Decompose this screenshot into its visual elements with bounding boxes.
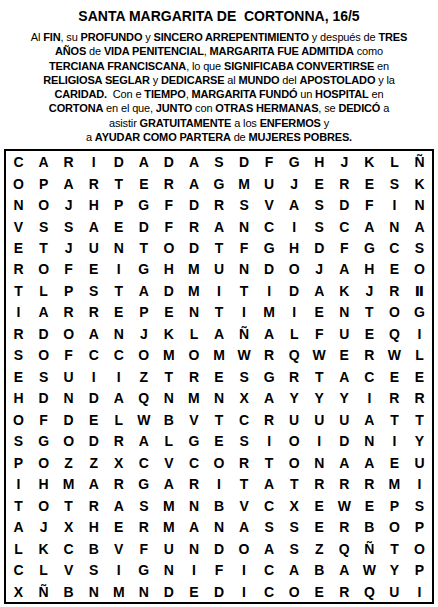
grid-cell-r18c16[interactable]: O [382,516,407,537]
grid-cell-r15c1[interactable]: P [6,452,31,473]
grid-cell-r4c16[interactable]: N [382,216,407,237]
grid-cell-r17c7[interactable]: M [156,495,181,516]
grid-cell-r11c2[interactable]: S [31,366,56,387]
grid-cell-r2c1[interactable]: O [6,173,31,194]
grid-cell-r12c2[interactable]: D [31,388,56,409]
grid-cell-r2c7[interactable]: R [156,173,181,194]
grid-cell-r13c16[interactable]: T [382,409,407,430]
grid-cell-r5c4[interactable]: U [81,237,106,258]
grid-cell-r21c9[interactable]: D [206,581,231,602]
grid-cell-r17c10[interactable]: V [232,495,257,516]
grid-cell-r7c15[interactable]: J [357,280,382,301]
grid-cell-r1c16[interactable]: L [382,151,407,172]
grid-cell-r3c7[interactable]: F [156,194,181,215]
grid-cell-r18c8[interactable]: A [181,516,206,537]
grid-cell-r16c16[interactable]: M [382,474,407,495]
grid-cell-r9c7[interactable]: K [156,323,181,344]
grid-cell-r9c15[interactable]: E [357,323,382,344]
grid-cell-r8c9[interactable]: T [206,302,231,323]
grid-cell-r15c15[interactable]: A [357,452,382,473]
grid-cell-r16c1[interactable]: I [6,474,31,495]
grid-cell-r7c12[interactable]: D [282,280,307,301]
grid-cell-r6c14[interactable]: A [332,259,357,280]
grid-cell-r5c8[interactable]: D [181,237,206,258]
grid-cell-r3c12[interactable]: A [282,194,307,215]
grid-cell-r4c6[interactable]: D [131,216,156,237]
grid-cell-r15c9[interactable]: O [206,452,231,473]
grid-cell-r19c12[interactable]: S [282,538,307,559]
grid-cell-r2c16[interactable]: S [382,173,407,194]
grid-cell-r4c8[interactable]: R [181,216,206,237]
grid-cell-r6c10[interactable]: N [232,259,257,280]
grid-cell-r17c12[interactable]: X [282,495,307,516]
grid-cell-r20c4[interactable]: S [81,559,106,580]
grid-cell-r15c12[interactable]: O [282,452,307,473]
grid-cell-r14c11[interactable]: I [257,431,282,452]
grid-cell-r10c11[interactable]: R [257,345,282,366]
grid-cell-r15c2[interactable]: O [31,452,56,473]
grid-cell-r7c7[interactable]: D [156,280,181,301]
grid-cell-r11c11[interactable]: G [257,366,282,387]
grid-cell-r10c6[interactable]: O [131,345,156,366]
grid-cell-r5c14[interactable]: F [332,237,357,258]
grid-cell-r14c3[interactable]: O [56,431,81,452]
grid-cell-r16c10[interactable]: T [232,474,257,495]
grid-cell-r6c16[interactable]: E [382,259,407,280]
grid-cell-r11c1[interactable]: E [6,366,31,387]
grid-cell-r15c5[interactable]: X [106,452,131,473]
grid-cell-r18c11[interactable]: S [257,516,282,537]
grid-cell-r2c11[interactable]: U [257,173,282,194]
grid-cell-r14c10[interactable]: S [232,431,257,452]
grid-cell-r21c13[interactable]: E [307,581,332,602]
grid-cell-r8c16[interactable]: O [382,302,407,323]
grid-cell-r1c15[interactable]: K [357,151,382,172]
grid-cell-r5c17[interactable]: S [407,237,432,258]
grid-cell-r7c17[interactable]: Ⅱ [407,280,432,301]
grid-cell-r9c14[interactable]: U [332,323,357,344]
grid-cell-r12c8[interactable]: M [181,388,206,409]
grid-cell-r18c7[interactable]: M [156,516,181,537]
grid-cell-r9c8[interactable]: L [181,323,206,344]
grid-cell-r9c10[interactable]: Ñ [232,323,257,344]
grid-cell-r12c17[interactable]: R [407,388,432,409]
grid-cell-r16c15[interactable]: R [357,474,382,495]
grid-cell-r5c11[interactable]: G [257,237,282,258]
grid-cell-r12c10[interactable]: X [232,388,257,409]
grid-cell-r6c15[interactable]: H [357,259,382,280]
grid-cell-r20c12[interactable]: A [282,559,307,580]
grid-cell-r19c9[interactable]: D [206,538,231,559]
grid-cell-r20c9[interactable]: F [206,559,231,580]
grid-cell-r16c4[interactable]: A [81,474,106,495]
grid-cell-r3c6[interactable]: G [131,194,156,215]
grid-cell-r17c15[interactable]: E [357,495,382,516]
grid-cell-r8c15[interactable]: T [357,302,382,323]
grid-cell-r5c13[interactable]: D [307,237,332,258]
grid-cell-r12c15[interactable]: I [357,388,382,409]
grid-cell-r1c17[interactable]: Ñ [407,151,432,172]
grid-cell-r1c4[interactable]: I [81,151,106,172]
grid-cell-r17c5[interactable]: A [106,495,131,516]
grid-cell-r3c1[interactable]: N [6,194,31,215]
grid-cell-r9c17[interactable]: I [407,323,432,344]
grid-cell-r19c13[interactable]: Z [307,538,332,559]
grid-cell-r5c2[interactable]: T [31,237,56,258]
grid-cell-r20c8[interactable]: I [181,559,206,580]
grid-cell-r13c6[interactable]: W [131,409,156,430]
grid-cell-r4c10[interactable]: N [232,216,257,237]
grid-cell-r20c17[interactable]: P [407,559,432,580]
grid-cell-r20c15[interactable]: W [357,559,382,580]
grid-cell-r3c5[interactable]: P [106,194,131,215]
grid-cell-r13c10[interactable]: C [232,409,257,430]
grid-cell-r16c2[interactable]: H [31,474,56,495]
grid-cell-r7c8[interactable]: M [181,280,206,301]
grid-cell-r1c12[interactable]: G [282,151,307,172]
grid-cell-r13c9[interactable]: T [206,409,231,430]
grid-cell-r3c11[interactable]: V [257,194,282,215]
grid-cell-r10c9[interactable]: M [206,345,231,366]
grid-cell-r15c17[interactable]: U [407,452,432,473]
grid-cell-r4c5[interactable]: E [106,216,131,237]
grid-cell-r11c4[interactable]: I [81,366,106,387]
grid-cell-r1c11[interactable]: F [257,151,282,172]
grid-cell-r7c4[interactable]: S [81,280,106,301]
grid-cell-r2c3[interactable]: A [56,173,81,194]
grid-cell-r10c5[interactable]: C [106,345,131,366]
grid-cell-r11c17[interactable]: E [407,366,432,387]
grid-cell-r21c1[interactable]: X [6,581,31,602]
grid-cell-r8c14[interactable]: N [332,302,357,323]
grid-cell-r12c9[interactable]: N [206,388,231,409]
grid-cell-r12c12[interactable]: Y [282,388,307,409]
grid-cell-r14c12[interactable]: O [282,431,307,452]
grid-cell-r13c12[interactable]: U [282,409,307,430]
grid-cell-r16c5[interactable]: R [106,474,131,495]
grid-cell-r9c1[interactable]: R [6,323,31,344]
grid-cell-r4c9[interactable]: A [206,216,231,237]
grid-cell-r3c8[interactable]: D [181,194,206,215]
grid-cell-r10c14[interactable]: E [332,345,357,366]
grid-cell-r19c17[interactable]: O [407,538,432,559]
grid-cell-r13c2[interactable]: F [31,409,56,430]
grid-cell-r17c4[interactable]: R [81,495,106,516]
grid-cell-r2c12[interactable]: J [282,173,307,194]
grid-cell-r8c5[interactable]: E [106,302,131,323]
grid-cell-r19c11[interactable]: A [257,538,282,559]
grid-cell-r2c15[interactable]: E [357,173,382,194]
grid-cell-r8c13[interactable]: E [307,302,332,323]
grid-cell-r5c5[interactable]: N [106,237,131,258]
grid-cell-r6c5[interactable]: I [106,259,131,280]
grid-cell-r14c4[interactable]: D [81,431,106,452]
grid-cell-r20c10[interactable]: I [232,559,257,580]
grid-cell-r9c13[interactable]: F [307,323,332,344]
grid-cell-r9c3[interactable]: O [56,323,81,344]
grid-cell-r11c13[interactable]: T [307,366,332,387]
grid-cell-r19c7[interactable]: U [156,538,181,559]
grid-cell-r14c9[interactable]: E [206,431,231,452]
grid-cell-r2c2[interactable]: P [31,173,56,194]
grid-cell-r3c16[interactable]: I [382,194,407,215]
grid-cell-r20c1[interactable]: C [6,559,31,580]
grid-cell-r8c7[interactable]: E [156,302,181,323]
grid-cell-r7c10[interactable]: T [232,280,257,301]
grid-cell-r21c16[interactable]: U [382,581,407,602]
grid-cell-r20c5[interactable]: I [106,559,131,580]
grid-cell-r16c12[interactable]: T [282,474,307,495]
grid-cell-r19c6[interactable]: F [131,538,156,559]
grid-cell-r20c14[interactable]: A [332,559,357,580]
grid-cell-r21c5[interactable]: M [106,581,131,602]
grid-cell-r11c3[interactable]: U [56,366,81,387]
grid-cell-r20c2[interactable]: L [31,559,56,580]
grid-cell-r21c3[interactable]: B [56,581,81,602]
grid-cell-r11c10[interactable]: S [232,366,257,387]
grid-cell-r10c1[interactable]: S [6,345,31,366]
grid-cell-r21c2[interactable]: Ñ [31,581,56,602]
grid-cell-r2c6[interactable]: E [131,173,156,194]
grid-cell-r17c16[interactable]: P [382,495,407,516]
grid-cell-r6c8[interactable]: M [181,259,206,280]
grid-cell-r11c12[interactable]: R [282,366,307,387]
grid-cell-r13c17[interactable]: T [407,409,432,430]
grid-cell-r20c3[interactable]: V [56,559,81,580]
grid-cell-r6c1[interactable]: R [6,259,31,280]
grid-cell-r19c15[interactable]: Ñ [357,538,382,559]
grid-cell-r18c17[interactable]: P [407,516,432,537]
grid-cell-r2c14[interactable]: R [332,173,357,194]
grid-cell-r12c3[interactable]: N [56,388,81,409]
grid-cell-r12c16[interactable]: R [382,388,407,409]
grid-cell-r14c6[interactable]: A [131,431,156,452]
grid-cell-r19c10[interactable]: O [232,538,257,559]
grid-cell-r12c14[interactable]: Y [332,388,357,409]
grid-cell-r8c3[interactable]: R [56,302,81,323]
grid-cell-r21c12[interactable]: O [282,581,307,602]
grid-cell-r17c13[interactable]: E [307,495,332,516]
grid-cell-r1c1[interactable]: C [6,151,31,172]
grid-cell-r20c13[interactable]: B [307,559,332,580]
grid-cell-r14c1[interactable]: S [6,431,31,452]
grid-cell-r1c8[interactable]: A [181,151,206,172]
grid-cell-r3c14[interactable]: D [332,194,357,215]
grid-cell-r16c9[interactable]: I [206,474,231,495]
grid-cell-r10c8[interactable]: O [181,345,206,366]
grid-cell-r8c1[interactable]: I [6,302,31,323]
grid-cell-r1c7[interactable]: D [156,151,181,172]
grid-cell-r19c1[interactable]: L [6,538,31,559]
grid-cell-r12c7[interactable]: N [156,388,181,409]
grid-cell-r4c1[interactable]: V [6,216,31,237]
grid-cell-r10c12[interactable]: Q [282,345,307,366]
grid-cell-r7c14[interactable]: K [332,280,357,301]
grid-cell-r5c15[interactable]: G [357,237,382,258]
grid-cell-r18c14[interactable]: R [332,516,357,537]
grid-cell-r2c5[interactable]: T [106,173,131,194]
grid-cell-r21c6[interactable]: N [131,581,156,602]
grid-cell-r16c6[interactable]: G [131,474,156,495]
grid-cell-r21c14[interactable]: R [332,581,357,602]
grid-cell-r7c9[interactable]: I [206,280,231,301]
grid-cell-r10c7[interactable]: M [156,345,181,366]
grid-cell-r5c16[interactable]: C [382,237,407,258]
grid-cell-r6c17[interactable]: O [407,259,432,280]
grid-cell-r8c6[interactable]: P [131,302,156,323]
grid-cell-r19c16[interactable]: T [382,538,407,559]
grid-cell-r21c11[interactable]: C [257,581,282,602]
grid-cell-r10c15[interactable]: R [357,345,382,366]
grid-cell-r16c17[interactable]: I [407,474,432,495]
grid-cell-r2c10[interactable]: M [232,173,257,194]
grid-cell-r15c6[interactable]: C [131,452,156,473]
grid-cell-r8c8[interactable]: N [181,302,206,323]
grid-cell-r17c11[interactable]: C [257,495,282,516]
grid-cell-r4c17[interactable]: A [407,216,432,237]
grid-cell-r7c11[interactable]: I [257,280,282,301]
grid-cell-r13c5[interactable]: L [106,409,131,430]
grid-cell-r2c8[interactable]: A [181,173,206,194]
grid-cell-r5c10[interactable]: F [232,237,257,258]
grid-cell-r13c11[interactable]: R [257,409,282,430]
grid-cell-r7c2[interactable]: L [31,280,56,301]
grid-cell-r9c4[interactable]: A [81,323,106,344]
grid-cell-r5c6[interactable]: T [131,237,156,258]
grid-cell-r4c11[interactable]: C [257,216,282,237]
grid-cell-r12c6[interactable]: Q [131,388,156,409]
grid-cell-r13c4[interactable]: E [81,409,106,430]
grid-cell-r1c13[interactable]: H [307,151,332,172]
grid-cell-r1c6[interactable]: A [131,151,156,172]
grid-cell-r7c6[interactable]: A [131,280,156,301]
grid-cell-r18c10[interactable]: A [232,516,257,537]
grid-cell-r9c9[interactable]: A [206,323,231,344]
grid-cell-r17c9[interactable]: B [206,495,231,516]
grid-cell-r21c4[interactable]: N [81,581,106,602]
grid-cell-r12c5[interactable]: A [106,388,131,409]
grid-cell-r16c7[interactable]: A [156,474,181,495]
grid-cell-r2c9[interactable]: G [206,173,231,194]
grid-cell-r4c15[interactable]: A [357,216,382,237]
grid-cell-r18c1[interactable]: A [6,516,31,537]
grid-cell-r2c13[interactable]: E [307,173,332,194]
grid-cell-r7c5[interactable]: T [106,280,131,301]
grid-cell-r1c5[interactable]: D [106,151,131,172]
grid-cell-r4c7[interactable]: F [156,216,181,237]
grid-cell-r8c4[interactable]: R [81,302,106,323]
grid-cell-r21c17[interactable]: I [407,581,432,602]
grid-cell-r8c10[interactable]: I [232,302,257,323]
grid-cell-r3c3[interactable]: J [56,194,81,215]
grid-cell-r3c13[interactable]: S [307,194,332,215]
grid-cell-r20c16[interactable]: Y [382,559,407,580]
grid-cell-r19c8[interactable]: N [181,538,206,559]
grid-cell-r9c6[interactable]: J [131,323,156,344]
grid-cell-r1c9[interactable]: S [206,151,231,172]
grid-cell-r10c2[interactable]: O [31,345,56,366]
grid-cell-r13c13[interactable]: U [307,409,332,430]
grid-cell-r15c4[interactable]: Z [81,452,106,473]
grid-cell-r19c5[interactable]: V [106,538,131,559]
grid-cell-r10c4[interactable]: C [81,345,106,366]
grid-cell-r15c16[interactable]: E [382,452,407,473]
grid-cell-r21c7[interactable]: D [156,581,181,602]
grid-cell-r1c10[interactable]: D [232,151,257,172]
grid-cell-r18c2[interactable]: J [31,516,56,537]
grid-cell-r9c5[interactable]: N [106,323,131,344]
grid-cell-r9c2[interactable]: D [31,323,56,344]
grid-cell-r4c3[interactable]: S [56,216,81,237]
grid-cell-r6c9[interactable]: U [206,259,231,280]
grid-cell-r16c13[interactable]: R [307,474,332,495]
grid-cell-r8c11[interactable]: M [257,302,282,323]
grid-cell-r16c14[interactable]: R [332,474,357,495]
grid-cell-r16c11[interactable]: A [257,474,282,495]
grid-cell-r11c6[interactable]: Z [131,366,156,387]
grid-cell-r13c14[interactable]: U [332,409,357,430]
grid-cell-r1c2[interactable]: A [31,151,56,172]
grid-cell-r7c1[interactable]: T [6,280,31,301]
grid-cell-r18c3[interactable]: X [56,516,81,537]
grid-cell-r15c14[interactable]: A [332,452,357,473]
grid-cell-r17c17[interactable]: S [407,495,432,516]
grid-cell-r2c17[interactable]: K [407,173,432,194]
grid-cell-r18c12[interactable]: S [282,516,307,537]
grid-cell-r2c4[interactable]: R [81,173,106,194]
grid-cell-r6c11[interactable]: D [257,259,282,280]
grid-cell-r5c7[interactable]: O [156,237,181,258]
grid-cell-r7c3[interactable]: P [56,280,81,301]
grid-cell-r19c14[interactable]: Q [332,538,357,559]
grid-cell-r7c13[interactable]: A [307,280,332,301]
grid-cell-r14c13[interactable]: I [307,431,332,452]
grid-cell-r8c2[interactable]: A [31,302,56,323]
grid-cell-r9c12[interactable]: L [282,323,307,344]
grid-cell-r10c3[interactable]: F [56,345,81,366]
grid-cell-r6c2[interactable]: O [31,259,56,280]
grid-cell-r20c7[interactable]: N [156,559,181,580]
grid-cell-r3c2[interactable]: O [31,194,56,215]
grid-cell-r17c3[interactable]: T [56,495,81,516]
grid-cell-r12c13[interactable]: Y [307,388,332,409]
grid-cell-r12c11[interactable]: A [257,388,282,409]
grid-cell-r11c16[interactable]: E [382,366,407,387]
grid-cell-r14c16[interactable]: I [382,431,407,452]
grid-cell-r18c9[interactable]: N [206,516,231,537]
grid-cell-r6c6[interactable]: G [131,259,156,280]
grid-cell-r15c13[interactable]: N [307,452,332,473]
grid-cell-r5c3[interactable]: J [56,237,81,258]
grid-cell-r6c3[interactable]: F [56,259,81,280]
grid-cell-r20c6[interactable]: G [131,559,156,580]
grid-cell-r20c11[interactable]: C [257,559,282,580]
grid-cell-r3c4[interactable]: H [81,194,106,215]
grid-cell-r4c14[interactable]: C [332,216,357,237]
grid-cell-r17c8[interactable]: N [181,495,206,516]
grid-cell-r9c11[interactable]: A [257,323,282,344]
grid-cell-r1c3[interactable]: R [56,151,81,172]
grid-cell-r5c12[interactable]: H [282,237,307,258]
grid-cell-r14c15[interactable]: N [357,431,382,452]
grid-cell-r13c7[interactable]: B [156,409,181,430]
grid-cell-r17c14[interactable]: W [332,495,357,516]
grid-cell-r14c7[interactable]: L [156,431,181,452]
grid-cell-r11c5[interactable]: I [106,366,131,387]
grid-cell-r3c9[interactable]: R [206,194,231,215]
grid-cell-r18c13[interactable]: E [307,516,332,537]
grid-cell-r13c1[interactable]: O [6,409,31,430]
